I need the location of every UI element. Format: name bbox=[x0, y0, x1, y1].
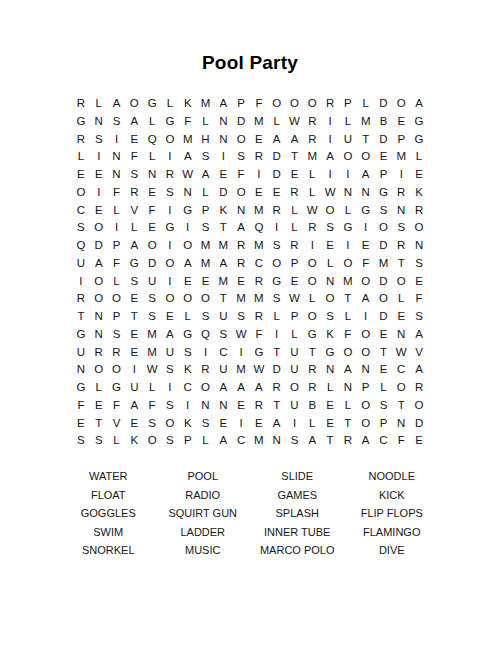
grid-cell-r4-c6[interactable]: I bbox=[161, 148, 179, 166]
grid-cell-r8-c12[interactable]: I bbox=[268, 219, 286, 237]
grid-cell-r5-c18[interactable]: P bbox=[375, 166, 393, 184]
grid-cell-r9-c4[interactable]: A bbox=[125, 237, 143, 255]
grid-cell-r6-c16[interactable]: N bbox=[339, 184, 357, 202]
grid-cell-r15-c9[interactable]: C bbox=[214, 344, 232, 362]
grid-cell-r1-c5[interactable]: G bbox=[143, 95, 161, 113]
grid-cell-r8-c14[interactable]: R bbox=[303, 219, 321, 237]
grid-cell-r19-c1[interactable]: E bbox=[72, 415, 90, 433]
grid-cell-r10-c6[interactable]: O bbox=[161, 255, 179, 273]
grid-cell-r9-c13[interactable]: R bbox=[286, 237, 304, 255]
grid-cell-r9-c9[interactable]: M bbox=[214, 237, 232, 255]
grid-cell-r19-c14[interactable]: L bbox=[303, 415, 321, 433]
grid-cell-r16-c13[interactable]: U bbox=[286, 361, 304, 379]
grid-cell-r7-c11[interactable]: M bbox=[250, 202, 268, 220]
grid-cell-r14-c4[interactable]: E bbox=[125, 326, 143, 344]
grid-cell-r19-c13[interactable]: I bbox=[286, 415, 304, 433]
grid-cell-r11-c7[interactable]: E bbox=[179, 273, 197, 291]
grid-cell-r7-c6[interactable]: I bbox=[161, 202, 179, 220]
grid-cell-r14-c10[interactable]: W bbox=[232, 326, 250, 344]
grid-cell-r3-c10[interactable]: O bbox=[232, 131, 250, 149]
grid-cell-r17-c4[interactable]: U bbox=[125, 379, 143, 397]
grid-cell-r8-c16[interactable]: G bbox=[339, 219, 357, 237]
grid-cell-r15-c8[interactable]: I bbox=[197, 344, 215, 362]
grid-cell-r12-c9[interactable]: T bbox=[214, 290, 232, 308]
grid-cell-r13-c11[interactable]: R bbox=[250, 308, 268, 326]
grid-cell-r15-c3[interactable]: R bbox=[108, 344, 126, 362]
grid-cell-r16-c15[interactable]: N bbox=[321, 361, 339, 379]
grid-cell-r20-c4[interactable]: K bbox=[125, 432, 143, 450]
grid-cell-r20-c2[interactable]: S bbox=[90, 432, 108, 450]
grid-cell-r8-c5[interactable]: E bbox=[143, 219, 161, 237]
grid-cell-r10-c10[interactable]: R bbox=[232, 255, 250, 273]
grid-cell-r10-c16[interactable]: O bbox=[339, 255, 357, 273]
grid-cell-r4-c9[interactable]: I bbox=[214, 148, 232, 166]
grid-cell-r12-c5[interactable]: S bbox=[143, 290, 161, 308]
grid-cell-r5-c17[interactable]: A bbox=[357, 166, 375, 184]
grid-cell-r13-c13[interactable]: P bbox=[286, 308, 304, 326]
grid-cell-r5-c8[interactable]: A bbox=[197, 166, 215, 184]
grid-cell-r19-c7[interactable]: K bbox=[179, 415, 197, 433]
grid-cell-r8-c20[interactable]: O bbox=[410, 219, 428, 237]
grid-cell-r11-c15[interactable]: N bbox=[321, 273, 339, 291]
grid-cell-r1-c3[interactable]: A bbox=[108, 95, 126, 113]
grid-cell-r11-c9[interactable]: M bbox=[214, 273, 232, 291]
grid-cell-r15-c15[interactable]: G bbox=[321, 344, 339, 362]
grid-cell-r5-c9[interactable]: E bbox=[214, 166, 232, 184]
grid-cell-r14-c11[interactable]: F bbox=[250, 326, 268, 344]
grid-cell-r5-c12[interactable]: D bbox=[268, 166, 286, 184]
grid-cell-r13-c7[interactable]: L bbox=[179, 308, 197, 326]
grid-cell-r15-c1[interactable]: U bbox=[72, 344, 90, 362]
grid-cell-r5-c20[interactable]: E bbox=[410, 166, 428, 184]
grid-cell-r14-c16[interactable]: F bbox=[339, 326, 357, 344]
grid-cell-r3-c8[interactable]: H bbox=[197, 131, 215, 149]
grid-cell-r12-c8[interactable]: O bbox=[197, 290, 215, 308]
grid-cell-r20-c16[interactable]: R bbox=[339, 432, 357, 450]
grid-cell-r8-c9[interactable]: T bbox=[214, 219, 232, 237]
grid-cell-r18-c11[interactable]: R bbox=[250, 397, 268, 415]
grid-cell-r15-c10[interactable]: I bbox=[232, 344, 250, 362]
grid-cell-r5-c3[interactable]: N bbox=[108, 166, 126, 184]
grid-cell-r10-c12[interactable]: O bbox=[268, 255, 286, 273]
grid-cell-r19-c2[interactable]: T bbox=[90, 415, 108, 433]
grid-cell-r6-c19[interactable]: R bbox=[392, 184, 410, 202]
grid-cell-r6-c1[interactable]: O bbox=[72, 184, 90, 202]
grid-cell-r3-c6[interactable]: O bbox=[161, 131, 179, 149]
grid-cell-r3-c13[interactable]: A bbox=[286, 131, 304, 149]
grid-cell-r7-c8[interactable]: P bbox=[197, 202, 215, 220]
grid-cell-r18-c5[interactable]: F bbox=[143, 397, 161, 415]
grid-cell-r2-c10[interactable]: D bbox=[232, 113, 250, 131]
grid-cell-r18-c1[interactable]: F bbox=[72, 397, 90, 415]
grid-cell-r7-c9[interactable]: K bbox=[214, 202, 232, 220]
grid-cell-r10-c20[interactable]: S bbox=[410, 255, 428, 273]
grid-cell-r2-c20[interactable]: G bbox=[410, 113, 428, 131]
grid-cell-r3-c19[interactable]: P bbox=[392, 131, 410, 149]
grid-cell-r5-c19[interactable]: I bbox=[392, 166, 410, 184]
grid-cell-r7-c20[interactable]: R bbox=[410, 202, 428, 220]
grid-cell-r3-c15[interactable]: I bbox=[321, 131, 339, 149]
grid-cell-r10-c11[interactable]: C bbox=[250, 255, 268, 273]
grid-cell-r6-c9[interactable]: D bbox=[214, 184, 232, 202]
grid-cell-r1-c16[interactable]: P bbox=[339, 95, 357, 113]
grid-cell-r6-c4[interactable]: R bbox=[125, 184, 143, 202]
grid-cell-r11-c11[interactable]: R bbox=[250, 273, 268, 291]
grid-cell-r20-c7[interactable]: P bbox=[179, 432, 197, 450]
grid-cell-r1-c1[interactable]: R bbox=[72, 95, 90, 113]
grid-cell-r4-c4[interactable]: F bbox=[125, 148, 143, 166]
grid-cell-r5-c4[interactable]: S bbox=[125, 166, 143, 184]
grid-cell-r4-c18[interactable]: E bbox=[375, 148, 393, 166]
grid-cell-r9-c7[interactable]: O bbox=[179, 237, 197, 255]
grid-cell-r18-c4[interactable]: A bbox=[125, 397, 143, 415]
grid-cell-r3-c11[interactable]: E bbox=[250, 131, 268, 149]
grid-cell-r7-c1[interactable]: C bbox=[72, 202, 90, 220]
grid-cell-r16-c7[interactable]: K bbox=[179, 361, 197, 379]
grid-cell-r7-c18[interactable]: S bbox=[375, 202, 393, 220]
grid-cell-r9-c5[interactable]: O bbox=[143, 237, 161, 255]
grid-cell-r19-c4[interactable]: E bbox=[125, 415, 143, 433]
grid-cell-r10-c18[interactable]: M bbox=[375, 255, 393, 273]
grid-cell-r9-c6[interactable]: I bbox=[161, 237, 179, 255]
grid-cell-r18-c18[interactable]: S bbox=[375, 397, 393, 415]
grid-cell-r1-c11[interactable]: F bbox=[250, 95, 268, 113]
grid-cell-r19-c20[interactable]: D bbox=[410, 415, 428, 433]
grid-cell-r3-c5[interactable]: Q bbox=[143, 131, 161, 149]
grid-cell-r11-c16[interactable]: M bbox=[339, 273, 357, 291]
grid-cell-r3-c3[interactable]: I bbox=[108, 131, 126, 149]
grid-cell-r9-c18[interactable]: D bbox=[375, 237, 393, 255]
grid-cell-r1-c12[interactable]: O bbox=[268, 95, 286, 113]
grid-cell-r20-c19[interactable]: F bbox=[392, 432, 410, 450]
grid-cell-r11-c20[interactable]: E bbox=[410, 273, 428, 291]
grid-cell-r12-c3[interactable]: O bbox=[108, 290, 126, 308]
grid-cell-r20-c17[interactable]: A bbox=[357, 432, 375, 450]
grid-cell-r20-c6[interactable]: S bbox=[161, 432, 179, 450]
grid-cell-r10-c1[interactable]: U bbox=[72, 255, 90, 273]
grid-cell-r17-c18[interactable]: L bbox=[375, 379, 393, 397]
grid-cell-r13-c4[interactable]: T bbox=[125, 308, 143, 326]
grid-cell-r18-c17[interactable]: O bbox=[357, 397, 375, 415]
grid-cell-r13-c6[interactable]: E bbox=[161, 308, 179, 326]
grid-cell-r1-c15[interactable]: R bbox=[321, 95, 339, 113]
grid-cell-r9-c17[interactable]: E bbox=[357, 237, 375, 255]
grid-cell-r14-c2[interactable]: N bbox=[90, 326, 108, 344]
grid-cell-r3-c18[interactable]: D bbox=[375, 131, 393, 149]
grid-cell-r9-c20[interactable]: N bbox=[410, 237, 428, 255]
grid-cell-r14-c6[interactable]: A bbox=[161, 326, 179, 344]
grid-cell-r20-c9[interactable]: A bbox=[214, 432, 232, 450]
grid-cell-r17-c12[interactable]: R bbox=[268, 379, 286, 397]
grid-cell-r12-c20[interactable]: F bbox=[410, 290, 428, 308]
grid-cell-r6-c8[interactable]: L bbox=[197, 184, 215, 202]
grid-cell-r13-c20[interactable]: S bbox=[410, 308, 428, 326]
grid-cell-r20-c20[interactable]: E bbox=[410, 432, 428, 450]
grid-cell-r14-c17[interactable]: O bbox=[357, 326, 375, 344]
grid-cell-r12-c14[interactable]: L bbox=[303, 290, 321, 308]
grid-cell-r4-c11[interactable]: R bbox=[250, 148, 268, 166]
grid-cell-r6-c10[interactable]: O bbox=[232, 184, 250, 202]
grid-cell-r4-c19[interactable]: M bbox=[392, 148, 410, 166]
grid-cell-r20-c11[interactable]: M bbox=[250, 432, 268, 450]
grid-cell-r1-c4[interactable]: O bbox=[125, 95, 143, 113]
grid-cell-r7-c7[interactable]: G bbox=[179, 202, 197, 220]
grid-cell-r9-c2[interactable]: D bbox=[90, 237, 108, 255]
grid-cell-r3-c7[interactable]: M bbox=[179, 131, 197, 149]
grid-cell-r2-c3[interactable]: S bbox=[108, 113, 126, 131]
grid-cell-r20-c3[interactable]: L bbox=[108, 432, 126, 450]
grid-cell-r15-c19[interactable]: W bbox=[392, 344, 410, 362]
grid-cell-r14-c13[interactable]: L bbox=[286, 326, 304, 344]
grid-cell-r6-c17[interactable]: N bbox=[357, 184, 375, 202]
grid-cell-r8-c7[interactable]: I bbox=[179, 219, 197, 237]
grid-cell-r7-c13[interactable]: L bbox=[286, 202, 304, 220]
grid-cell-r6-c5[interactable]: E bbox=[143, 184, 161, 202]
grid-cell-r1-c14[interactable]: O bbox=[303, 95, 321, 113]
grid-cell-r10-c2[interactable]: A bbox=[90, 255, 108, 273]
grid-cell-r5-c2[interactable]: E bbox=[90, 166, 108, 184]
grid-cell-r10-c9[interactable]: A bbox=[214, 255, 232, 273]
grid-cell-r5-c16[interactable]: I bbox=[339, 166, 357, 184]
grid-cell-r17-c16[interactable]: N bbox=[339, 379, 357, 397]
grid-cell-r6-c12[interactable]: E bbox=[268, 184, 286, 202]
grid-cell-r7-c15[interactable]: O bbox=[321, 202, 339, 220]
grid-cell-r13-c18[interactable]: D bbox=[375, 308, 393, 326]
grid-cell-r16-c17[interactable]: N bbox=[357, 361, 375, 379]
grid-cell-r13-c17[interactable]: I bbox=[357, 308, 375, 326]
grid-cell-r14-c12[interactable]: I bbox=[268, 326, 286, 344]
grid-cell-r9-c11[interactable]: M bbox=[250, 237, 268, 255]
grid-cell-r20-c12[interactable]: N bbox=[268, 432, 286, 450]
grid-cell-r1-c8[interactable]: M bbox=[197, 95, 215, 113]
grid-cell-r6-c2[interactable]: I bbox=[90, 184, 108, 202]
grid-cell-r12-c2[interactable]: O bbox=[90, 290, 108, 308]
grid-cell-r15-c11[interactable]: G bbox=[250, 344, 268, 362]
grid-cell-r11-c1[interactable]: I bbox=[72, 273, 90, 291]
grid-cell-r6-c7[interactable]: N bbox=[179, 184, 197, 202]
grid-cell-r7-c5[interactable]: F bbox=[143, 202, 161, 220]
grid-cell-r13-c10[interactable]: S bbox=[232, 308, 250, 326]
grid-cell-r13-c3[interactable]: P bbox=[108, 308, 126, 326]
grid-cell-r11-c18[interactable]: D bbox=[375, 273, 393, 291]
grid-cell-r11-c6[interactable]: I bbox=[161, 273, 179, 291]
grid-cell-r19-c10[interactable]: I bbox=[232, 415, 250, 433]
grid-cell-r18-c12[interactable]: T bbox=[268, 397, 286, 415]
grid-cell-r2-c4[interactable]: A bbox=[125, 113, 143, 131]
grid-cell-r17-c13[interactable]: O bbox=[286, 379, 304, 397]
grid-cell-r15-c20[interactable]: V bbox=[410, 344, 428, 362]
grid-cell-r9-c10[interactable]: R bbox=[232, 237, 250, 255]
grid-cell-r11-c17[interactable]: O bbox=[357, 273, 375, 291]
grid-cell-r1-c19[interactable]: O bbox=[392, 95, 410, 113]
grid-cell-r19-c16[interactable]: T bbox=[339, 415, 357, 433]
grid-cell-r8-c1[interactable]: S bbox=[72, 219, 90, 237]
grid-cell-r20-c8[interactable]: L bbox=[197, 432, 215, 450]
grid-cell-r13-c1[interactable]: T bbox=[72, 308, 90, 326]
grid-cell-r4-c3[interactable]: N bbox=[108, 148, 126, 166]
grid-cell-r15-c17[interactable]: O bbox=[357, 344, 375, 362]
grid-cell-r9-c3[interactable]: P bbox=[108, 237, 126, 255]
grid-cell-r15-c18[interactable]: T bbox=[375, 344, 393, 362]
grid-cell-r1-c2[interactable]: L bbox=[90, 95, 108, 113]
grid-cell-r2-c1[interactable]: G bbox=[72, 113, 90, 131]
grid-cell-r18-c19[interactable]: T bbox=[392, 397, 410, 415]
grid-cell-r2-c9[interactable]: N bbox=[214, 113, 232, 131]
grid-cell-r14-c8[interactable]: Q bbox=[197, 326, 215, 344]
grid-cell-r19-c8[interactable]: S bbox=[197, 415, 215, 433]
grid-cell-r14-c5[interactable]: M bbox=[143, 326, 161, 344]
grid-cell-r16-c4[interactable]: I bbox=[125, 361, 143, 379]
grid-cell-r17-c3[interactable]: G bbox=[108, 379, 126, 397]
grid-cell-r4-c2[interactable]: I bbox=[90, 148, 108, 166]
grid-cell-r11-c3[interactable]: L bbox=[108, 273, 126, 291]
grid-cell-r1-c6[interactable]: L bbox=[161, 95, 179, 113]
grid-cell-r16-c2[interactable]: O bbox=[90, 361, 108, 379]
grid-cell-r13-c8[interactable]: S bbox=[197, 308, 215, 326]
grid-cell-r15-c16[interactable]: O bbox=[339, 344, 357, 362]
grid-cell-r5-c14[interactable]: L bbox=[303, 166, 321, 184]
grid-cell-r8-c17[interactable]: I bbox=[357, 219, 375, 237]
grid-cell-r16-c11[interactable]: W bbox=[250, 361, 268, 379]
grid-cell-r19-c9[interactable]: E bbox=[214, 415, 232, 433]
grid-cell-r12-c4[interactable]: E bbox=[125, 290, 143, 308]
grid-cell-r7-c10[interactable]: N bbox=[232, 202, 250, 220]
grid-cell-r9-c12[interactable]: S bbox=[268, 237, 286, 255]
grid-cell-r8-c15[interactable]: S bbox=[321, 219, 339, 237]
grid-cell-r12-c11[interactable]: M bbox=[250, 290, 268, 308]
grid-cell-r16-c3[interactable]: O bbox=[108, 361, 126, 379]
grid-cell-r8-c18[interactable]: O bbox=[375, 219, 393, 237]
grid-cell-r14-c7[interactable]: G bbox=[179, 326, 197, 344]
grid-cell-r8-c3[interactable]: I bbox=[108, 219, 126, 237]
grid-cell-r8-c4[interactable]: L bbox=[125, 219, 143, 237]
grid-cell-r7-c16[interactable]: L bbox=[339, 202, 357, 220]
grid-cell-r19-c6[interactable]: O bbox=[161, 415, 179, 433]
grid-cell-r1-c18[interactable]: D bbox=[375, 95, 393, 113]
grid-cell-r15-c6[interactable]: U bbox=[161, 344, 179, 362]
grid-cell-r10-c3[interactable]: F bbox=[108, 255, 126, 273]
grid-cell-r7-c4[interactable]: V bbox=[125, 202, 143, 220]
grid-cell-r19-c17[interactable]: O bbox=[357, 415, 375, 433]
grid-cell-r15-c7[interactable]: S bbox=[179, 344, 197, 362]
grid-cell-r9-c8[interactable]: M bbox=[197, 237, 215, 255]
grid-cell-r16-c20[interactable]: A bbox=[410, 361, 428, 379]
grid-cell-r14-c14[interactable]: G bbox=[303, 326, 321, 344]
grid-cell-r4-c5[interactable]: L bbox=[143, 148, 161, 166]
grid-cell-r12-c15[interactable]: O bbox=[321, 290, 339, 308]
grid-cell-r9-c19[interactable]: R bbox=[392, 237, 410, 255]
grid-cell-r19-c5[interactable]: S bbox=[143, 415, 161, 433]
grid-cell-r8-c11[interactable]: Q bbox=[250, 219, 268, 237]
grid-cell-r5-c10[interactable]: F bbox=[232, 166, 250, 184]
grid-cell-r16-c16[interactable]: A bbox=[339, 361, 357, 379]
grid-cell-r4-c10[interactable]: S bbox=[232, 148, 250, 166]
grid-cell-r5-c15[interactable]: I bbox=[321, 166, 339, 184]
grid-cell-r10-c15[interactable]: L bbox=[321, 255, 339, 273]
grid-cell-r4-c20[interactable]: L bbox=[410, 148, 428, 166]
grid-cell-r2-c12[interactable]: L bbox=[268, 113, 286, 131]
grid-cell-r10-c17[interactable]: F bbox=[357, 255, 375, 273]
grid-cell-r2-c11[interactable]: M bbox=[250, 113, 268, 131]
grid-cell-r8-c19[interactable]: S bbox=[392, 219, 410, 237]
grid-cell-r14-c19[interactable]: N bbox=[392, 326, 410, 344]
grid-cell-r12-c17[interactable]: A bbox=[357, 290, 375, 308]
grid-cell-r8-c2[interactable]: O bbox=[90, 219, 108, 237]
grid-cell-r17-c2[interactable]: L bbox=[90, 379, 108, 397]
grid-cell-r2-c5[interactable]: L bbox=[143, 113, 161, 131]
grid-cell-r10-c4[interactable]: G bbox=[125, 255, 143, 273]
grid-cell-r20-c18[interactable]: C bbox=[375, 432, 393, 450]
grid-cell-r5-c5[interactable]: N bbox=[143, 166, 161, 184]
grid-cell-r12-c10[interactable]: M bbox=[232, 290, 250, 308]
grid-cell-r15-c4[interactable]: E bbox=[125, 344, 143, 362]
grid-cell-r18-c6[interactable]: S bbox=[161, 397, 179, 415]
grid-cell-r19-c3[interactable]: V bbox=[108, 415, 126, 433]
grid-cell-r12-c1[interactable]: R bbox=[72, 290, 90, 308]
grid-cell-r8-c13[interactable]: L bbox=[286, 219, 304, 237]
grid-cell-r15-c14[interactable]: T bbox=[303, 344, 321, 362]
grid-cell-r3-c14[interactable]: R bbox=[303, 131, 321, 149]
grid-cell-r12-c18[interactable]: O bbox=[375, 290, 393, 308]
grid-cell-r20-c5[interactable]: O bbox=[143, 432, 161, 450]
grid-cell-r3-c17[interactable]: T bbox=[357, 131, 375, 149]
grid-cell-r18-c13[interactable]: U bbox=[286, 397, 304, 415]
grid-cell-r13-c15[interactable]: S bbox=[321, 308, 339, 326]
grid-cell-r14-c1[interactable]: G bbox=[72, 326, 90, 344]
grid-cell-r6-c6[interactable]: S bbox=[161, 184, 179, 202]
grid-cell-r7-c2[interactable]: E bbox=[90, 202, 108, 220]
grid-cell-r15-c2[interactable]: R bbox=[90, 344, 108, 362]
grid-cell-r8-c10[interactable]: A bbox=[232, 219, 250, 237]
grid-cell-r6-c20[interactable]: K bbox=[410, 184, 428, 202]
grid-cell-r15-c5[interactable]: M bbox=[143, 344, 161, 362]
grid-cell-r17-c5[interactable]: L bbox=[143, 379, 161, 397]
grid-cell-r7-c3[interactable]: L bbox=[108, 202, 126, 220]
grid-cell-r17-c14[interactable]: R bbox=[303, 379, 321, 397]
grid-cell-r18-c2[interactable]: E bbox=[90, 397, 108, 415]
grid-cell-r19-c11[interactable]: E bbox=[250, 415, 268, 433]
grid-cell-r1-c10[interactable]: P bbox=[232, 95, 250, 113]
grid-cell-r18-c9[interactable]: N bbox=[214, 397, 232, 415]
grid-cell-r18-c7[interactable]: I bbox=[179, 397, 197, 415]
grid-cell-r3-c2[interactable]: S bbox=[90, 131, 108, 149]
grid-cell-r18-c15[interactable]: E bbox=[321, 397, 339, 415]
grid-cell-r11-c14[interactable]: O bbox=[303, 273, 321, 291]
grid-cell-r10-c14[interactable]: O bbox=[303, 255, 321, 273]
grid-cell-r4-c7[interactable]: A bbox=[179, 148, 197, 166]
grid-cell-r13-c9[interactable]: U bbox=[214, 308, 232, 326]
grid-cell-r17-c6[interactable]: I bbox=[161, 379, 179, 397]
grid-cell-r4-c17[interactable]: O bbox=[357, 148, 375, 166]
grid-cell-r10-c8[interactable]: M bbox=[197, 255, 215, 273]
grid-cell-r11-c8[interactable]: E bbox=[197, 273, 215, 291]
grid-cell-r6-c15[interactable]: W bbox=[321, 184, 339, 202]
grid-cell-r6-c11[interactable]: E bbox=[250, 184, 268, 202]
grid-cell-r8-c8[interactable]: S bbox=[197, 219, 215, 237]
grid-cell-r3-c20[interactable]: G bbox=[410, 131, 428, 149]
grid-cell-r4-c15[interactable]: A bbox=[321, 148, 339, 166]
grid-cell-r20-c15[interactable]: T bbox=[321, 432, 339, 450]
grid-cell-r3-c1[interactable]: R bbox=[72, 131, 90, 149]
grid-cell-r16-c18[interactable]: E bbox=[375, 361, 393, 379]
grid-cell-r2-c8[interactable]: L bbox=[197, 113, 215, 131]
grid-cell-r20-c13[interactable]: S bbox=[286, 432, 304, 450]
grid-cell-r7-c17[interactable]: G bbox=[357, 202, 375, 220]
grid-cell-r1-c7[interactable]: K bbox=[179, 95, 197, 113]
grid-cell-r1-c17[interactable]: L bbox=[357, 95, 375, 113]
grid-cell-r2-c2[interactable]: N bbox=[90, 113, 108, 131]
grid-cell-r14-c15[interactable]: K bbox=[321, 326, 339, 344]
